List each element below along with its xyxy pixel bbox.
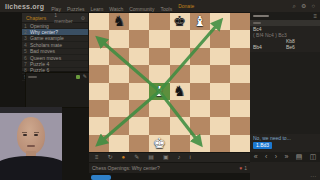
- chapter-label: Bad moves: [30, 48, 55, 54]
- next-move-icon[interactable]: ›: [275, 152, 277, 162]
- nav-item-learn[interactable]: Learn: [90, 6, 103, 12]
- square-a5[interactable]: [89, 65, 109, 82]
- eye: [23, 134, 27, 136]
- square-c6[interactable]: [129, 48, 149, 65]
- like-count: 1: [244, 165, 247, 171]
- study-sidebar: Chapters 1 member ⚙ 1Opening2Why center?…: [22, 13, 88, 71]
- sound-icon[interactable]: ♪: [178, 153, 181, 162]
- square-e6[interactable]: [170, 48, 190, 65]
- square-g1[interactable]: [210, 135, 230, 152]
- eye: [34, 134, 38, 136]
- screenshot-icon[interactable]: ▣: [163, 153, 169, 162]
- square-f5[interactable]: [190, 65, 210, 82]
- square-f6[interactable]: [190, 48, 210, 65]
- square-e3[interactable]: [170, 100, 190, 117]
- square-f3[interactable]: [190, 100, 210, 117]
- study-settings-icon[interactable]: ⚙: [81, 15, 88, 21]
- square-h2[interactable]: [230, 117, 250, 134]
- more-icon[interactable]: ⋯: [310, 172, 316, 179]
- square-d3[interactable]: [149, 100, 169, 117]
- explorer-icon[interactable]: ◫: [310, 152, 317, 162]
- square-h4[interactable]: [230, 83, 250, 100]
- tab-chapters[interactable]: Chapters: [22, 15, 50, 21]
- square-d6[interactable]: [149, 48, 169, 65]
- nav-item-watch[interactable]: Watch: [109, 6, 123, 12]
- nav-icons: ⌕⚙○: [293, 0, 315, 12]
- comment-label: [28, 76, 37, 78]
- comment-box-header: ✎: [26, 73, 89, 80]
- chess-board[interactable]: ♞♚♝♝♞♚: [89, 13, 250, 152]
- square-h1[interactable]: [230, 135, 250, 152]
- board-toolbar: ≡↻●✎▤▣♪i: [89, 153, 250, 162]
- user-icon[interactable]: ○: [311, 0, 315, 12]
- chat-button[interactable]: [91, 175, 111, 180]
- lichess-study-page: lichess.org PlayPuzzlesLearnWatchCommuni…: [0, 0, 320, 180]
- record-icon[interactable]: ●: [122, 153, 126, 162]
- move-comment[interactable]: No, we need to...: [253, 135, 317, 141]
- move-list-empty-area: [250, 52, 320, 134]
- square-f4[interactable]: [190, 83, 210, 100]
- presenter-shoulders: [0, 156, 62, 180]
- square-e5[interactable]: [170, 65, 190, 82]
- square-f1[interactable]: [190, 135, 210, 152]
- square-b6[interactable]: [109, 48, 129, 65]
- white-piece-f8[interactable]: ♝: [190, 13, 210, 30]
- heart-icon[interactable]: ♥: [239, 165, 242, 171]
- square-a6[interactable]: [89, 48, 109, 65]
- square-c3[interactable]: [129, 100, 149, 117]
- nav-item-tools[interactable]: Tools: [161, 6, 173, 12]
- annotation-glyph-icon[interactable]: [76, 75, 80, 79]
- nav-item-community[interactable]: Community: [129, 6, 154, 12]
- square-h6[interactable]: [230, 48, 250, 65]
- search-icon[interactable]: ⌕: [293, 0, 296, 12]
- square-c1[interactable]: [129, 135, 149, 152]
- square-g8[interactable]: [210, 13, 230, 30]
- square-a1[interactable]: [89, 135, 109, 152]
- first-move-icon[interactable]: «: [254, 152, 258, 162]
- comment-box[interactable]: ✎: [25, 72, 90, 108]
- edit-icon[interactable]: ✎: [83, 73, 87, 80]
- square-a8[interactable]: [89, 13, 109, 30]
- black-piece-e4[interactable]: ♞: [170, 83, 190, 100]
- eyebrow: [22, 132, 27, 133]
- square-f7[interactable]: [190, 30, 210, 47]
- square-h3[interactable]: [230, 100, 250, 117]
- gear-icon[interactable]: ⚙: [301, 0, 306, 12]
- message-bar[interactable]: Chess Openings: Why center? ♥ 1: [89, 163, 250, 173]
- mouth: [27, 145, 35, 147]
- webcam-overlay: [0, 107, 62, 180]
- playback-controls: «‹›»▤◫: [250, 152, 320, 162]
- engine-label: [253, 15, 269, 17]
- square-e7[interactable]: [170, 30, 190, 47]
- analysis-header: ≡: [250, 12, 320, 20]
- analysis-panel: ≡ Bc4( Bf4 Nc4 ) Bc3Kb8Bb4Be6 No, we nee…: [250, 12, 320, 180]
- analysis-board-icon[interactable]: ▤: [296, 152, 303, 162]
- subheader-label: [253, 22, 261, 24]
- square-a2[interactable]: [89, 117, 109, 134]
- move-black[interactable]: Be6: [286, 44, 295, 50]
- nav-item-donate[interactable]: Donate: [178, 3, 194, 9]
- white-piece-d4[interactable]: ♝: [149, 83, 169, 100]
- eyebrow: [34, 132, 39, 133]
- study-tabs: Chapters 1 member ⚙: [22, 13, 88, 23]
- square-b3[interactable]: [109, 100, 129, 117]
- square-b7[interactable]: [109, 30, 129, 47]
- move-line[interactable]: Bb4Be6: [250, 44, 320, 50]
- move-white[interactable]: ( Bf4 Nc4 ) Bc3: [250, 32, 287, 38]
- square-h8[interactable]: [230, 13, 250, 30]
- square-g5[interactable]: [210, 65, 230, 82]
- square-b1[interactable]: [109, 135, 129, 152]
- info-icon[interactable]: i: [190, 153, 191, 162]
- board-editor-icon[interactable]: ▤: [148, 153, 154, 162]
- square-f2[interactable]: [190, 117, 210, 134]
- chapter-label: Puzzle 4: [30, 61, 49, 67]
- last-move-icon[interactable]: »: [284, 152, 288, 162]
- chapter-label: Scholars mate: [30, 42, 62, 48]
- square-h5[interactable]: [230, 65, 250, 82]
- chapter-label: Why center?: [30, 29, 58, 35]
- menu-icon[interactable]: ≡: [95, 153, 99, 162]
- square-h7[interactable]: [230, 30, 250, 47]
- square-a4[interactable]: [89, 83, 109, 100]
- square-b4[interactable]: [109, 83, 129, 100]
- square-g2[interactable]: [210, 117, 230, 134]
- square-g6[interactable]: [210, 48, 230, 65]
- chapter-label: Queen moves: [30, 55, 61, 61]
- square-d2[interactable]: [149, 117, 169, 134]
- message-text: Chess Openings: Why center?: [92, 165, 160, 171]
- move-list: Bc4( Bf4 Nc4 ) Bc3Kb8Bb4Be6: [250, 26, 320, 50]
- square-b2[interactable]: [109, 117, 129, 134]
- square-d7[interactable]: [149, 30, 169, 47]
- flip-board-icon[interactable]: ↻: [108, 153, 113, 162]
- chapter-label: Game example: [30, 35, 64, 41]
- webcam-top-band: [0, 107, 62, 113]
- square-g7[interactable]: [210, 30, 230, 47]
- draw-icon[interactable]: ✎: [134, 153, 139, 162]
- move-white[interactable]: Bb4: [250, 44, 262, 50]
- square-d5[interactable]: [149, 65, 169, 82]
- square-b5[interactable]: [109, 65, 129, 82]
- lichess-logo[interactable]: lichess.org: [5, 3, 44, 10]
- square-c2[interactable]: [129, 117, 149, 134]
- black-piece-b8[interactable]: ♞: [109, 13, 129, 30]
- square-e2[interactable]: [170, 117, 190, 134]
- presenter-face: [17, 117, 45, 154]
- square-a3[interactable]: [89, 100, 109, 117]
- square-c5[interactable]: [129, 65, 149, 82]
- square-c7[interactable]: [129, 30, 149, 47]
- square-e1[interactable]: [170, 135, 190, 152]
- square-c4[interactable]: [129, 83, 149, 100]
- chapter-label: Opening: [30, 23, 49, 29]
- square-a7[interactable]: [89, 30, 109, 47]
- hamburger-menu-icon[interactable]: ≡: [313, 13, 317, 19]
- tab-members[interactable]: 1 member: [50, 12, 80, 24]
- square-d8[interactable]: [149, 13, 169, 30]
- black-piece-e8[interactable]: ♚: [170, 13, 190, 30]
- prev-move-icon[interactable]: ‹: [265, 152, 267, 162]
- white-piece-d1[interactable]: ♚: [149, 135, 169, 152]
- square-g3[interactable]: [210, 100, 230, 117]
- square-c8[interactable]: [129, 13, 149, 30]
- square-g4[interactable]: [210, 83, 230, 100]
- current-move[interactable]: 1.Bd3: [253, 142, 272, 149]
- top-nav: lichess.org PlayPuzzlesLearnWatchCommuni…: [0, 0, 320, 12]
